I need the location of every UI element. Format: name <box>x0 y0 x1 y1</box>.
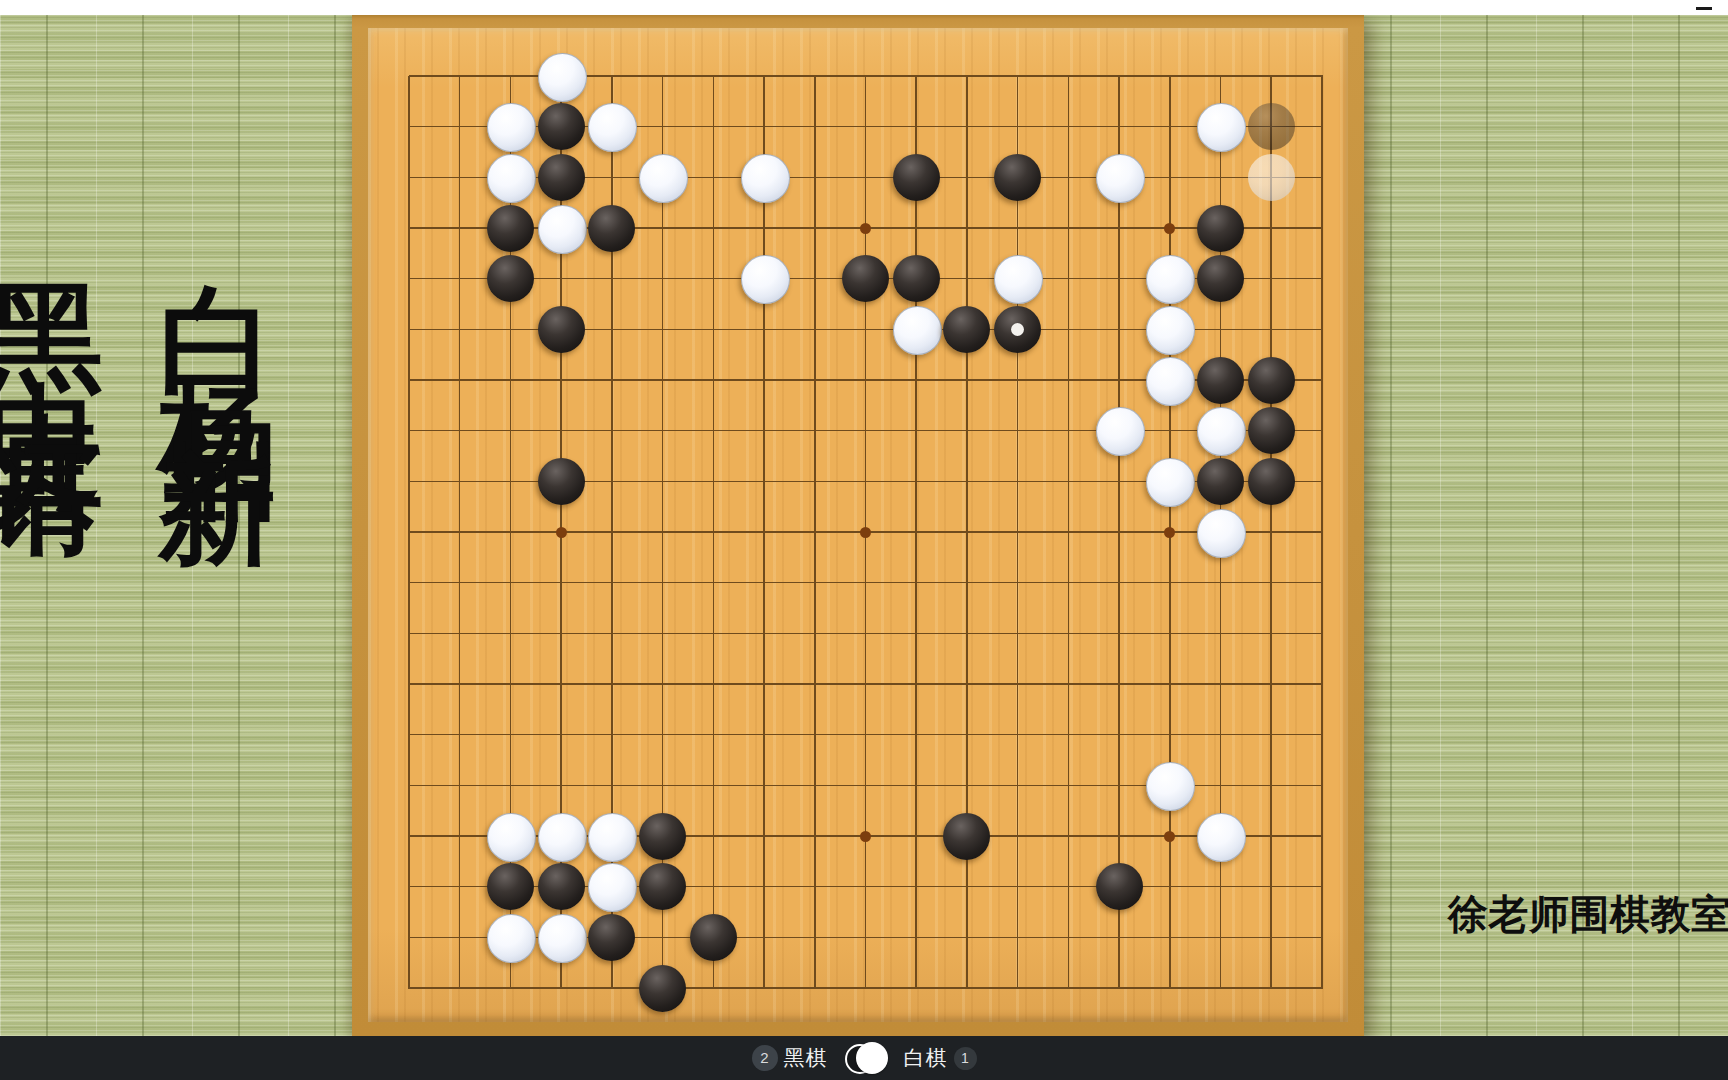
stone-black <box>842 255 889 302</box>
black-color-label: 黑 <box>0 190 112 222</box>
stone-white <box>1146 306 1195 355</box>
stone-black <box>588 914 635 961</box>
minimize-icon[interactable] <box>1696 7 1712 10</box>
stone-white <box>538 53 587 102</box>
board-grid[interactable] <box>409 76 1323 989</box>
black-side-group: 2 黑棋 <box>752 1044 828 1072</box>
stone-black <box>994 154 1041 201</box>
stone-black <box>487 863 534 910</box>
stone-white <box>1096 407 1145 456</box>
ghost-stone-black <box>1248 103 1295 150</box>
white-player-name: 杨鼎新 <box>153 284 285 380</box>
bottom-bar: 2 黑棋 白棋 1 <box>0 1036 1728 1080</box>
watermark-text: 徐老师围棋教室 <box>1448 887 1728 942</box>
stone-white <box>1146 255 1195 304</box>
last-move-marker <box>1011 323 1024 336</box>
grid-line-vertical <box>1118 76 1120 989</box>
stone-black <box>1248 357 1295 404</box>
white-player-column: 白杨鼎新 <box>154 190 278 380</box>
stone-black <box>538 103 585 150</box>
star-point <box>860 831 871 842</box>
stone-black <box>538 458 585 505</box>
stone-black <box>1197 205 1244 252</box>
stone-black <box>893 154 940 201</box>
stone-black <box>994 306 1041 353</box>
stone-black <box>538 306 585 353</box>
stone-black <box>1197 458 1244 505</box>
stone-black <box>639 863 686 910</box>
stone-white <box>487 154 536 203</box>
star-point <box>860 223 871 234</box>
go-board <box>352 14 1364 1036</box>
stone-black <box>588 205 635 252</box>
white-side-group: 白棋 1 <box>904 1044 977 1072</box>
white-count-badge: 1 <box>954 1047 977 1070</box>
stone-black <box>639 813 686 860</box>
stone-white <box>588 813 637 862</box>
stone-black <box>690 914 737 961</box>
white-stones-label: 白棋 <box>904 1044 948 1072</box>
stone-white <box>741 154 790 203</box>
star-point <box>556 527 567 538</box>
stone-black <box>943 306 990 353</box>
stone-white <box>893 306 942 355</box>
stone-white <box>588 863 637 912</box>
grid-line-vertical <box>1017 76 1019 989</box>
title-bar <box>0 0 1728 15</box>
star-point <box>1164 527 1175 538</box>
stone-white <box>487 103 536 152</box>
grid-line-horizontal <box>409 683 1323 685</box>
stone-black <box>639 965 686 1012</box>
grid-line-horizontal <box>409 987 1323 989</box>
stone-black <box>538 863 585 910</box>
board-face <box>368 28 1348 1022</box>
black-player-column: 黑申真谞 <box>0 190 105 380</box>
stone-black <box>1248 407 1295 454</box>
stone-white <box>1197 813 1246 862</box>
grid-line-horizontal <box>409 633 1323 635</box>
white-color-label: 白 <box>153 190 285 222</box>
app-screen: 黑申真谞 白杨鼎新 徐老师围棋教室 2 黑棋 白棋 1 <box>0 0 1728 1080</box>
star-point <box>860 527 871 538</box>
grid-line-vertical <box>1321 76 1323 989</box>
black-player-name: 申真谞 <box>0 284 112 380</box>
toggle-white-stone-icon <box>856 1042 888 1074</box>
stone-white <box>1197 407 1246 456</box>
stone-black <box>487 255 534 302</box>
stone-white <box>538 205 587 254</box>
stone-white <box>1146 357 1195 406</box>
black-stones-label: 黑棋 <box>784 1044 828 1072</box>
stone-black <box>1248 458 1295 505</box>
stone-black <box>538 154 585 201</box>
grid-line-vertical <box>915 76 917 989</box>
stone-white <box>487 914 536 963</box>
stone-black <box>1197 255 1244 302</box>
stone-white <box>639 154 688 203</box>
stone-black <box>487 205 534 252</box>
ghost-stone-white <box>1248 154 1295 201</box>
stone-white <box>487 813 536 862</box>
star-point <box>1164 831 1175 842</box>
stone-white <box>1096 154 1145 203</box>
grid-line-horizontal <box>409 734 1323 736</box>
stone-white <box>538 914 587 963</box>
grid-line-horizontal <box>409 582 1323 584</box>
black-count-badge: 2 <box>752 1045 778 1071</box>
stone-black <box>1197 357 1244 404</box>
stone-white <box>994 255 1043 304</box>
grid-line-vertical <box>1068 76 1070 989</box>
stone-black <box>1096 863 1143 910</box>
stone-black <box>943 813 990 860</box>
star-point <box>1164 223 1175 234</box>
stone-white <box>1197 103 1246 152</box>
stone-white <box>1146 458 1195 507</box>
stone-white <box>1146 762 1195 811</box>
stone-white <box>1197 509 1246 558</box>
grid-line-vertical <box>1270 76 1272 989</box>
stone-white <box>538 813 587 862</box>
stone-color-toggle[interactable] <box>845 1041 887 1075</box>
stone-white <box>588 103 637 152</box>
stone-black <box>893 255 940 302</box>
stone-white <box>741 255 790 304</box>
